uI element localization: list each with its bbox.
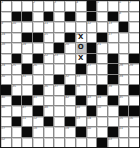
cell-r13c3-block bbox=[22, 127, 32, 137]
cell-r7c2[interactable]: 25 bbox=[12, 64, 22, 74]
cell-r3c3[interactable] bbox=[22, 22, 32, 32]
entry-letter: O bbox=[76, 43, 86, 53]
cell-r3c10[interactable] bbox=[97, 22, 107, 32]
cell-r13c9[interactable]: 60 bbox=[87, 127, 97, 137]
cell-r1c5[interactable] bbox=[44, 1, 54, 11]
cell-r2c13[interactable] bbox=[129, 12, 139, 22]
clue-number: 42 bbox=[65, 96, 69, 98]
cell-r5c12[interactable] bbox=[119, 43, 129, 53]
clue-number: 59 bbox=[65, 127, 69, 129]
cell-r7c9[interactable]: 27 bbox=[87, 64, 97, 74]
cell-r5c5[interactable] bbox=[44, 43, 54, 53]
cell-r11c3[interactable]: 47 bbox=[22, 106, 32, 116]
clue-number: 31 bbox=[22, 75, 26, 77]
cell-r8c5[interactable] bbox=[44, 75, 54, 85]
cell-r11c12-block bbox=[119, 106, 129, 116]
cell-r12c12[interactable]: 55 bbox=[119, 117, 129, 127]
cell-r1c7[interactable] bbox=[65, 1, 75, 11]
cell-r12c13[interactable]: 56 bbox=[129, 117, 139, 127]
cell-r10c12[interactable]: 45 bbox=[119, 96, 129, 106]
clue-number: 33 bbox=[76, 75, 80, 77]
cell-r3c12-block bbox=[119, 22, 129, 32]
clue-number: 61 bbox=[119, 127, 123, 129]
cell-r8c9[interactable] bbox=[87, 75, 97, 85]
cell-r2c10[interactable] bbox=[97, 12, 107, 22]
cell-r9c4-block bbox=[33, 85, 43, 95]
cell-r10c6[interactable] bbox=[54, 96, 64, 106]
cell-r9c1-block bbox=[1, 85, 11, 95]
cell-r11c4-block bbox=[33, 106, 43, 116]
cell-r9c8[interactable]: 38 bbox=[76, 85, 86, 95]
clue-number: 17 bbox=[108, 33, 112, 35]
cell-r3c1[interactable]: 9 bbox=[1, 22, 11, 32]
clue-number: 5 bbox=[97, 1, 99, 3]
cell-r4c8[interactable]: 16X bbox=[76, 33, 86, 43]
cell-r2c2-block bbox=[12, 12, 22, 22]
cell-r4c6[interactable] bbox=[54, 33, 64, 43]
cell-r1c11[interactable] bbox=[108, 1, 118, 11]
cell-r10c10[interactable]: 44 bbox=[97, 96, 107, 106]
cell-r1c10[interactable]: 5 bbox=[97, 1, 107, 11]
clue-number: 29 bbox=[129, 64, 133, 66]
clue-number: 24 bbox=[1, 64, 5, 66]
cell-r9c10-block bbox=[97, 85, 107, 95]
cell-r13c13[interactable] bbox=[129, 127, 139, 137]
cell-r8c4[interactable] bbox=[33, 75, 43, 85]
cell-r9c9[interactable] bbox=[87, 85, 97, 95]
cell-r1c13[interactable]: 7 bbox=[129, 1, 139, 11]
cell-r12c5-block bbox=[44, 117, 54, 127]
cell-r8c7[interactable]: 32 bbox=[65, 75, 75, 85]
crossword-board: 12345678910111213141516X17181920O212223X… bbox=[0, 0, 140, 148]
cell-r14c1[interactable]: 62 bbox=[1, 138, 11, 148]
cell-r3c4[interactable] bbox=[33, 22, 43, 32]
cell-r12c3[interactable]: 51 bbox=[22, 117, 32, 127]
clue-number: 45 bbox=[119, 96, 123, 98]
cell-r9c5[interactable]: 36 bbox=[44, 85, 54, 95]
clue-number: 8 bbox=[119, 12, 121, 14]
cell-r7c3-block bbox=[22, 64, 32, 74]
cell-r7c12[interactable]: 28 bbox=[119, 64, 129, 74]
cell-r2c7-block bbox=[65, 12, 75, 22]
cell-r6c2-block bbox=[12, 54, 22, 64]
cell-r10c13[interactable] bbox=[129, 96, 139, 106]
cell-r9c2[interactable]: 35 bbox=[12, 85, 22, 95]
clue-number: 7 bbox=[129, 1, 131, 3]
cell-r7c7[interactable] bbox=[65, 64, 75, 74]
cell-r3c6[interactable] bbox=[54, 22, 64, 32]
clue-number: 3 bbox=[54, 1, 56, 3]
cell-r3c5[interactable]: 11 bbox=[44, 22, 54, 32]
cell-r12c9[interactable]: 54 bbox=[87, 117, 97, 127]
cell-r8c2[interactable] bbox=[12, 75, 22, 85]
cell-r8c10[interactable] bbox=[97, 75, 107, 85]
cell-r13c8-block bbox=[76, 127, 86, 137]
clue-number: 19 bbox=[22, 43, 26, 45]
cell-r2c1[interactable] bbox=[1, 12, 11, 22]
cell-r10c5[interactable] bbox=[44, 96, 54, 106]
cell-r8c8[interactable]: 33 bbox=[76, 75, 86, 85]
cell-r14c4[interactable] bbox=[33, 138, 43, 148]
cell-r10c7[interactable]: 42 bbox=[65, 96, 75, 106]
cell-r12c8[interactable]: 53 bbox=[76, 117, 86, 127]
cell-r13c7[interactable]: 59 bbox=[65, 127, 75, 137]
cell-r9c6[interactable]: 37 bbox=[54, 85, 64, 95]
clue-number: 51 bbox=[22, 117, 26, 119]
clue-number: 30 bbox=[1, 75, 5, 77]
clue-number: 54 bbox=[87, 117, 91, 119]
cell-r3c8[interactable] bbox=[76, 22, 86, 32]
cell-r8c3[interactable]: 31 bbox=[22, 75, 32, 85]
cell-r4c3-block bbox=[22, 33, 32, 43]
cell-r3c2[interactable]: 10 bbox=[12, 22, 22, 32]
cell-r8c11-block bbox=[108, 75, 118, 85]
cell-r3c13[interactable] bbox=[129, 22, 139, 32]
cell-r2c11-block bbox=[108, 12, 118, 22]
clue-number: 58 bbox=[33, 127, 37, 129]
cell-r1c4[interactable]: 2 bbox=[33, 1, 43, 11]
cell-r10c1[interactable]: 40 bbox=[1, 96, 11, 106]
cell-r13c12[interactable]: 61 bbox=[119, 127, 129, 137]
cell-r10c11-block bbox=[108, 96, 118, 106]
cell-r14c3[interactable] bbox=[22, 138, 32, 148]
cell-r13c11-block bbox=[108, 127, 118, 137]
clue-number: 40 bbox=[1, 96, 5, 98]
cell-r14c2[interactable] bbox=[12, 138, 22, 148]
cell-r12c1[interactable] bbox=[1, 117, 11, 127]
cell-r14c9[interactable] bbox=[87, 138, 97, 148]
cell-r6c11-block bbox=[108, 54, 118, 64]
clue-number: 4 bbox=[76, 1, 78, 3]
cell-r3c9[interactable]: 12 bbox=[87, 22, 97, 32]
cell-r1c6[interactable]: 3 bbox=[54, 1, 64, 11]
cell-r4c11[interactable]: 17 bbox=[108, 33, 118, 43]
clue-number: 44 bbox=[97, 96, 101, 98]
clue-number: 36 bbox=[44, 85, 48, 87]
clue-number: 37 bbox=[54, 85, 58, 87]
cell-r11c10[interactable]: 50 bbox=[97, 106, 107, 116]
cell-r2c12[interactable]: 8 bbox=[119, 12, 129, 22]
cell-r7c8-block bbox=[76, 64, 86, 74]
clue-number: 57 bbox=[1, 127, 5, 129]
clue-number: 12 bbox=[87, 22, 91, 24]
clue-number: 46 bbox=[1, 106, 5, 108]
clue-number: 23 bbox=[54, 54, 58, 56]
cell-r2c9-block bbox=[87, 12, 97, 22]
cell-r14c12[interactable] bbox=[119, 138, 129, 148]
cell-r10c8-block bbox=[76, 96, 86, 106]
clue-number: 22 bbox=[44, 54, 48, 56]
clue-number: 38 bbox=[76, 85, 80, 87]
cell-r7c13[interactable]: 29 bbox=[129, 64, 139, 74]
entry-letter: X bbox=[76, 54, 86, 64]
cell-r6c1[interactable] bbox=[1, 54, 11, 64]
cell-r4c1[interactable]: 14 bbox=[1, 33, 11, 43]
clue-number: 27 bbox=[87, 64, 91, 66]
cell-r11c13-block bbox=[129, 106, 139, 116]
cell-r2c4[interactable] bbox=[33, 12, 43, 22]
cell-r6c10[interactable] bbox=[97, 54, 107, 64]
cell-r7c6[interactable] bbox=[54, 64, 64, 74]
cell-r10c3-block bbox=[22, 96, 32, 106]
cell-r13c5[interactable] bbox=[44, 127, 54, 137]
cell-r6c4-block bbox=[33, 54, 43, 64]
cell-r2c5-block bbox=[44, 12, 54, 22]
cell-r5c8[interactable]: O bbox=[76, 43, 86, 53]
clue-number: 50 bbox=[97, 106, 101, 108]
clue-number: 14 bbox=[1, 33, 5, 35]
cell-r6c6[interactable]: 23 bbox=[54, 54, 64, 64]
clue-number: 18 bbox=[1, 43, 5, 45]
cell-r11c2[interactable] bbox=[12, 106, 22, 116]
cell-r5c1[interactable]: 18 bbox=[1, 43, 11, 53]
cell-r4c10-block bbox=[97, 33, 107, 43]
cell-r11c5[interactable]: 48 bbox=[44, 106, 54, 116]
cell-r14c10-block bbox=[97, 138, 107, 148]
cell-r8c12[interactable]: 34 bbox=[119, 75, 129, 85]
clue-number: 2 bbox=[33, 1, 35, 3]
clue-number: 9 bbox=[1, 22, 3, 24]
cell-r12c7-block bbox=[65, 117, 75, 127]
cell-r9c7-block bbox=[65, 85, 75, 95]
clue-number: 63 bbox=[108, 138, 112, 140]
clue-number: 11 bbox=[44, 22, 48, 24]
cell-r14c13[interactable] bbox=[129, 138, 139, 148]
cell-r12c10[interactable] bbox=[97, 117, 107, 127]
cell-r4c9[interactable] bbox=[87, 33, 97, 43]
clue-number: 48 bbox=[44, 106, 48, 108]
entry-letter: X bbox=[76, 33, 86, 43]
cell-r4c7-block bbox=[65, 33, 75, 43]
cell-r1c12[interactable]: 6 bbox=[119, 1, 129, 11]
cell-r4c13[interactable] bbox=[129, 33, 139, 43]
cell-r14c7[interactable] bbox=[65, 138, 75, 148]
clue-number: 28 bbox=[119, 64, 123, 66]
clue-number: 56 bbox=[129, 117, 133, 119]
cell-r11c6[interactable] bbox=[54, 106, 64, 116]
cell-r2c6[interactable] bbox=[54, 12, 64, 22]
cell-r12c11[interactable] bbox=[108, 117, 118, 127]
cell-r7c5[interactable] bbox=[44, 64, 54, 74]
cell-r6c8[interactable]: X bbox=[76, 54, 86, 64]
cell-r10c9[interactable]: 43 bbox=[87, 96, 97, 106]
clue-number: 55 bbox=[119, 117, 123, 119]
clue-number: 34 bbox=[119, 75, 123, 77]
cell-r4c4-block bbox=[33, 33, 43, 43]
cell-r14c5[interactable] bbox=[44, 138, 54, 148]
cell-r8c6-block bbox=[54, 75, 64, 85]
cell-r10c2-block bbox=[12, 96, 22, 106]
cell-r13c1[interactable]: 57 bbox=[1, 127, 11, 137]
cell-r5c10[interactable]: 21 bbox=[97, 43, 107, 53]
cell-r5c9-block bbox=[87, 43, 97, 53]
cell-r8c1[interactable]: 30 bbox=[1, 75, 11, 85]
cell-r11c8[interactable]: 49 bbox=[76, 106, 86, 116]
cell-r7c4[interactable]: 26 bbox=[33, 64, 43, 74]
cell-r3c7[interactable] bbox=[65, 22, 75, 32]
cell-r5c4[interactable] bbox=[33, 43, 43, 53]
cell-r13c2[interactable] bbox=[12, 127, 22, 137]
cell-r4c12[interactable] bbox=[119, 33, 129, 43]
clue-number: 13 bbox=[108, 22, 112, 24]
clue-number: 41 bbox=[33, 96, 37, 98]
cell-r5c11[interactable] bbox=[108, 43, 118, 53]
clue-number: 20 bbox=[65, 43, 69, 45]
cell-r12c2-block bbox=[12, 117, 22, 127]
cell-r6c9-block bbox=[87, 54, 97, 64]
cell-r11c7[interactable] bbox=[65, 106, 75, 116]
cell-r11c9-block bbox=[87, 106, 97, 116]
clue-number: 25 bbox=[12, 64, 16, 66]
cell-r12c6[interactable] bbox=[54, 117, 64, 127]
clue-number: 52 bbox=[33, 117, 37, 119]
cell-r12c4[interactable]: 52 bbox=[33, 117, 43, 127]
cell-r7c10[interactable] bbox=[97, 64, 107, 74]
cell-r6c5[interactable]: 22 bbox=[44, 54, 54, 64]
cell-r1c1[interactable]: 1 bbox=[1, 1, 11, 11]
cell-r6c7[interactable] bbox=[65, 54, 75, 64]
clue-number: 6 bbox=[119, 1, 121, 3]
clue-number: 39 bbox=[108, 85, 112, 87]
cell-r3c11[interactable]: 13 bbox=[108, 22, 118, 32]
cell-r14c11[interactable]: 63 bbox=[108, 138, 118, 148]
cell-r9c3[interactable] bbox=[22, 85, 32, 95]
cell-r8c13[interactable] bbox=[129, 75, 139, 85]
cell-r11c11[interactable] bbox=[108, 106, 118, 116]
cell-r1c8[interactable]: 4 bbox=[76, 1, 86, 11]
cell-r1c3[interactable] bbox=[22, 1, 32, 11]
cell-r7c1[interactable]: 24 bbox=[1, 64, 11, 74]
cell-r4c5[interactable]: 15 bbox=[44, 33, 54, 43]
clue-number: 1 bbox=[1, 1, 3, 3]
clue-number: 15 bbox=[44, 33, 48, 35]
cell-r2c3-block bbox=[22, 12, 32, 22]
cell-r5c3[interactable]: 19 bbox=[22, 43, 32, 53]
cell-r2c8[interactable] bbox=[76, 12, 86, 22]
cell-r6c13-block bbox=[129, 54, 139, 64]
clue-number: 35 bbox=[12, 85, 16, 87]
cell-r13c4[interactable]: 58 bbox=[33, 127, 43, 137]
cell-r14c8[interactable] bbox=[76, 138, 86, 148]
cell-r9c13-block bbox=[129, 85, 139, 95]
cell-r5c2[interactable] bbox=[12, 43, 22, 53]
clue-number: 26 bbox=[33, 64, 37, 66]
clue-number: 60 bbox=[87, 127, 91, 129]
clue-number: 10 bbox=[12, 22, 16, 24]
cell-r6c12[interactable] bbox=[119, 54, 129, 64]
cell-r6c3[interactable] bbox=[22, 54, 32, 64]
cell-r1c2[interactable] bbox=[12, 1, 22, 11]
clue-number: 32 bbox=[65, 75, 69, 77]
cell-r5c7[interactable]: 20 bbox=[65, 43, 75, 53]
clue-number: 21 bbox=[97, 43, 101, 45]
cell-r1c9-block bbox=[87, 1, 97, 11]
cell-r13c6[interactable] bbox=[54, 127, 64, 137]
cell-r4c2[interactable] bbox=[12, 33, 22, 43]
cell-r7c11-block bbox=[108, 64, 118, 74]
cell-r10c4[interactable]: 41 bbox=[33, 96, 43, 106]
cell-r11c1[interactable]: 46 bbox=[1, 106, 11, 116]
cell-r14c6[interactable] bbox=[54, 138, 64, 148]
clue-number: 49 bbox=[76, 106, 80, 108]
clue-number: 43 bbox=[87, 96, 91, 98]
cell-r13c10[interactable] bbox=[97, 127, 107, 137]
cell-r5c13[interactable] bbox=[129, 43, 139, 53]
cell-r9c12[interactable] bbox=[119, 85, 129, 95]
cell-r5c6-block bbox=[54, 43, 64, 53]
clue-number: 47 bbox=[22, 106, 26, 108]
clue-number: 53 bbox=[76, 117, 80, 119]
clue-number: 62 bbox=[1, 138, 5, 140]
cell-r9c11[interactable]: 39 bbox=[108, 85, 118, 95]
